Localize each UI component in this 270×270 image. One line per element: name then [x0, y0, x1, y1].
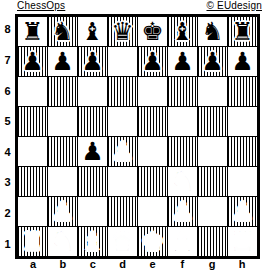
white-pawn-d4: ♟	[108, 137, 137, 166]
black-pawn-e7: ♟	[138, 47, 167, 76]
square-g4	[198, 137, 227, 166]
square-h5	[228, 107, 257, 136]
square-a2: ♟	[18, 197, 47, 226]
file-label-d: d	[108, 259, 138, 270]
chessops-diagram-page: ChessOps © EUdesign 87654321 ♜♞♝♛♚♝♞♜♟♟♟…	[0, 0, 270, 270]
white-rook-a1: ♜	[18, 227, 47, 256]
black-pawn-a7: ♟	[18, 47, 47, 76]
rank-labels: 87654321	[0, 14, 15, 259]
square-e8: ♚	[138, 17, 167, 46]
square-b2: ♟	[48, 197, 77, 226]
square-h7: ♟	[228, 47, 257, 76]
square-a6	[18, 77, 47, 106]
square-c4: ♟	[78, 137, 107, 166]
square-g8: ♞	[198, 17, 227, 46]
square-c5	[78, 107, 107, 136]
square-b3	[48, 167, 77, 196]
eudesign-copyright-link[interactable]: © EUdesign	[206, 0, 262, 12]
square-f6	[168, 77, 197, 106]
square-e5	[138, 107, 167, 136]
black-queen-d8: ♛	[108, 17, 137, 46]
square-d7	[108, 47, 137, 76]
rank-label-8: 8	[0, 14, 15, 45]
square-a5	[18, 107, 47, 136]
square-b4	[48, 137, 77, 166]
square-b6	[48, 77, 77, 106]
square-d5	[108, 107, 137, 136]
black-pawn-h7: ♟	[228, 47, 257, 76]
square-e3	[138, 167, 167, 196]
square-d1: ♛	[108, 227, 137, 256]
square-h4	[228, 137, 257, 166]
square-d6	[108, 77, 137, 106]
square-h2: ♟	[228, 197, 257, 226]
square-d4: ♟	[108, 137, 137, 166]
square-f4	[168, 137, 197, 166]
black-pawn-c7: ♟	[78, 47, 107, 76]
header: ChessOps © EUdesign	[0, 0, 262, 14]
square-f3: ♞	[168, 167, 197, 196]
square-a8: ♜	[18, 17, 47, 46]
square-g7: ♟	[198, 47, 227, 76]
square-a1: ♜	[18, 227, 47, 256]
square-a4	[18, 137, 47, 166]
square-c8: ♝	[78, 17, 107, 46]
rank-label-2: 2	[0, 198, 15, 229]
white-knight-b1: ♞	[48, 227, 77, 256]
white-pawn-g2: ♟	[198, 197, 227, 226]
black-pawn-c4: ♟	[78, 137, 107, 166]
square-d8: ♛	[108, 17, 137, 46]
square-f1: ♝	[168, 227, 197, 256]
white-bishop-c1: ♝	[78, 227, 107, 256]
square-f2: ♟	[168, 197, 197, 226]
black-knight-g8: ♞	[198, 17, 227, 46]
white-pawn-e2: ♟	[138, 197, 167, 226]
square-a3	[18, 167, 47, 196]
white-bishop-f1: ♝	[168, 227, 197, 256]
square-c2	[78, 197, 107, 226]
black-pawn-b7: ♟	[48, 47, 77, 76]
black-pawn-f7: ♟	[168, 47, 197, 76]
black-rook-a8: ♜	[18, 17, 47, 46]
square-h1: ♜	[228, 227, 257, 256]
black-knight-b8: ♞	[48, 17, 77, 46]
black-king-e8: ♚	[138, 17, 167, 46]
black-bishop-c8: ♝	[78, 17, 107, 46]
square-c6	[78, 77, 107, 106]
square-b5	[48, 107, 77, 136]
white-knight-f3: ♞	[168, 167, 197, 196]
square-f7: ♟	[168, 47, 197, 76]
chessops-site-link[interactable]: ChessOps	[17, 0, 65, 12]
square-b1: ♞	[48, 227, 77, 256]
board: ♜♞♝♛♚♝♞♜♟♟♟♟♟♟♟♟♟♞♟♟♟♟♟♟♜♞♝♛♚♝♜	[15, 14, 260, 259]
square-c1: ♝	[78, 227, 107, 256]
white-pawn-b2: ♟	[48, 197, 77, 226]
rank-label-4: 4	[0, 137, 15, 168]
square-f8: ♝	[168, 17, 197, 46]
square-d3	[108, 167, 137, 196]
file-label-e: e	[138, 259, 168, 270]
square-a7: ♟	[18, 47, 47, 76]
rank-label-7: 7	[0, 45, 15, 76]
square-e6	[138, 77, 167, 106]
square-e4	[138, 137, 167, 166]
white-king-e1: ♚	[138, 227, 167, 256]
square-f5	[168, 107, 197, 136]
square-g3	[198, 167, 227, 196]
white-pawn-a2: ♟	[18, 197, 47, 226]
square-g5	[198, 107, 227, 136]
white-rook-h1: ♜	[228, 227, 257, 256]
square-b7: ♟	[48, 47, 77, 76]
square-g1	[198, 227, 227, 256]
square-c3	[78, 167, 107, 196]
black-pawn-g7: ♟	[198, 47, 227, 76]
square-e1: ♚	[138, 227, 167, 256]
file-label-h: h	[227, 259, 257, 270]
rank-label-6: 6	[0, 75, 15, 106]
square-d2	[108, 197, 137, 226]
square-h3	[228, 167, 257, 196]
rank-label-3: 3	[0, 167, 15, 198]
rank-label-5: 5	[0, 106, 15, 137]
square-h8: ♜	[228, 17, 257, 46]
file-label-g: g	[197, 259, 227, 270]
square-e7: ♟	[138, 47, 167, 76]
square-c7: ♟	[78, 47, 107, 76]
square-g2: ♟	[198, 197, 227, 226]
rank-label-1: 1	[0, 228, 15, 259]
black-rook-h8: ♜	[228, 17, 257, 46]
file-label-a: a	[18, 259, 48, 270]
file-label-c: c	[78, 259, 108, 270]
file-label-f: f	[167, 259, 197, 270]
white-pawn-f2: ♟	[168, 197, 197, 226]
square-h6	[228, 77, 257, 106]
white-pawn-h2: ♟	[228, 197, 257, 226]
white-queen-d1: ♛	[108, 227, 137, 256]
square-g6	[198, 77, 227, 106]
square-e2: ♟	[138, 197, 167, 226]
file-label-b: b	[48, 259, 78, 270]
file-labels: abcdefgh	[15, 259, 260, 270]
square-b8: ♞	[48, 17, 77, 46]
black-bishop-f8: ♝	[168, 17, 197, 46]
